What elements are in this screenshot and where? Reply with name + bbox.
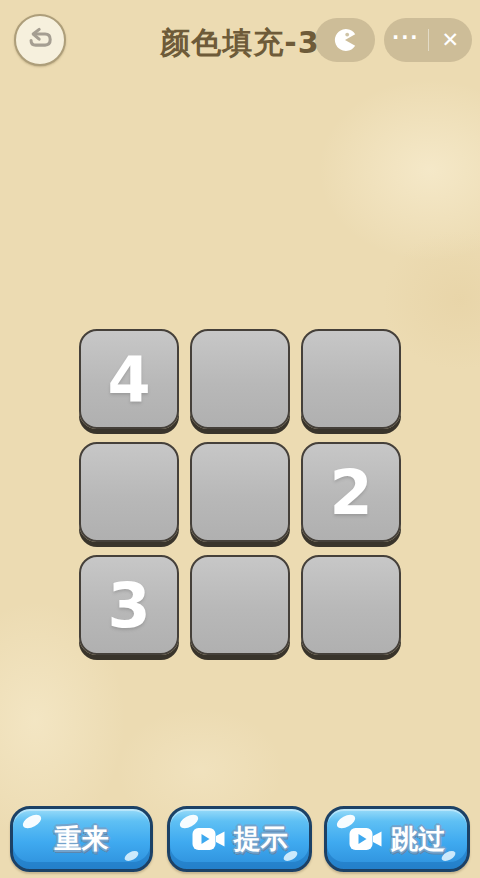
- restart-button[interactable]: 重来: [10, 806, 153, 872]
- puzzle-board: 4 2 3: [79, 329, 401, 655]
- hint-button[interactable]: 提示: [167, 806, 312, 872]
- tile-r0c2[interactable]: [301, 329, 401, 429]
- tile-r2c1[interactable]: [190, 555, 290, 655]
- tile-r1c0[interactable]: [79, 442, 179, 542]
- tile-r2c0[interactable]: 3: [79, 555, 179, 655]
- skip-button[interactable]: 跳过: [324, 806, 470, 872]
- restart-button-label: 重来: [55, 821, 109, 857]
- tile-r2c2[interactable]: [301, 555, 401, 655]
- tile-r1c2[interactable]: 2: [301, 442, 401, 542]
- video-camera-icon: [349, 827, 382, 851]
- tile-r1c1[interactable]: [190, 442, 290, 542]
- tile-r0c1[interactable]: [190, 329, 290, 429]
- page-title: 颜色填充-3: [0, 23, 480, 64]
- tile-r0c0[interactable]: 4: [79, 329, 179, 429]
- skip-button-label: 跳过: [391, 821, 445, 857]
- video-camera-icon: [192, 827, 225, 851]
- hint-button-label: 提示: [234, 821, 288, 857]
- game-screen: 颜色填充-3 ··· ✕ 4 2 3 重来: [0, 0, 480, 878]
